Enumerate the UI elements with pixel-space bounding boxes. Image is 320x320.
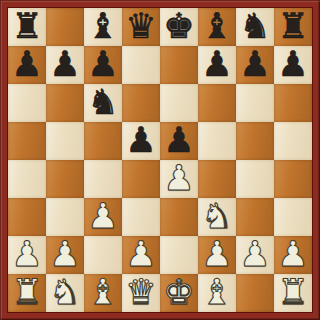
square-g1[interactable] [236,274,274,312]
white-pawn: ♟ [87,199,118,234]
white-pawn: ♟ [49,237,80,272]
square-e7[interactable] [160,46,198,84]
square-f3[interactable]: ♞ [198,198,236,236]
square-g6[interactable] [236,84,274,122]
white-pawn: ♟ [201,237,232,272]
square-g5[interactable] [236,122,274,160]
square-f2[interactable]: ♟ [198,236,236,274]
black-pawn: ♟ [49,47,80,82]
white-pawn: ♟ [239,237,270,272]
square-a8[interactable]: ♜ [8,8,46,46]
black-pawn: ♟ [163,123,194,158]
black-pawn: ♟ [277,47,308,82]
square-b1[interactable]: ♞ [46,274,84,312]
square-f6[interactable] [198,84,236,122]
square-b6[interactable] [46,84,84,122]
white-bishop: ♝ [201,275,232,310]
square-c5[interactable] [84,122,122,160]
black-pawn: ♟ [239,47,270,82]
black-queen: ♛ [125,9,156,44]
square-f8[interactable]: ♝ [198,8,236,46]
square-g7[interactable]: ♟ [236,46,274,84]
square-f5[interactable] [198,122,236,160]
black-rook: ♜ [277,9,308,44]
square-e5[interactable]: ♟ [160,122,198,160]
square-b2[interactable]: ♟ [46,236,84,274]
square-g2[interactable]: ♟ [236,236,274,274]
square-a2[interactable]: ♟ [8,236,46,274]
black-pawn: ♟ [11,47,42,82]
chess-board-frame: ♜♝♛♚♝♞♜♟♟♟♟♟♟♞♟♟♟♟♞♟♟♟♟♟♟♜♞♝♛♚♝♜ [0,0,320,320]
black-pawn: ♟ [87,47,118,82]
square-d6[interactable] [122,84,160,122]
square-b7[interactable]: ♟ [46,46,84,84]
square-c7[interactable]: ♟ [84,46,122,84]
black-bishop: ♝ [87,9,118,44]
square-g4[interactable] [236,160,274,198]
square-a4[interactable] [8,160,46,198]
square-a7[interactable]: ♟ [8,46,46,84]
square-f4[interactable] [198,160,236,198]
square-d8[interactable]: ♛ [122,8,160,46]
square-a5[interactable] [8,122,46,160]
white-pawn: ♟ [11,237,42,272]
white-rook: ♜ [11,275,42,310]
square-d3[interactable] [122,198,160,236]
square-h2[interactable]: ♟ [274,236,312,274]
square-c1[interactable]: ♝ [84,274,122,312]
black-knight: ♞ [239,9,270,44]
square-a3[interactable] [8,198,46,236]
square-d1[interactable]: ♛ [122,274,160,312]
square-b3[interactable] [46,198,84,236]
white-queen: ♛ [125,275,156,310]
square-d2[interactable]: ♟ [122,236,160,274]
white-pawn: ♟ [163,161,194,196]
square-a1[interactable]: ♜ [8,274,46,312]
square-e2[interactable] [160,236,198,274]
square-g8[interactable]: ♞ [236,8,274,46]
black-pawn: ♟ [201,47,232,82]
square-g3[interactable] [236,198,274,236]
square-a6[interactable] [8,84,46,122]
black-rook: ♜ [11,9,42,44]
square-d4[interactable] [122,160,160,198]
square-b4[interactable] [46,160,84,198]
square-b8[interactable] [46,8,84,46]
square-h5[interactable] [274,122,312,160]
chess-board: ♜♝♛♚♝♞♜♟♟♟♟♟♟♞♟♟♟♟♞♟♟♟♟♟♟♜♞♝♛♚♝♜ [8,8,312,312]
square-c8[interactable]: ♝ [84,8,122,46]
square-c4[interactable] [84,160,122,198]
white-bishop: ♝ [87,275,118,310]
white-pawn: ♟ [277,237,308,272]
square-e6[interactable] [160,84,198,122]
square-f1[interactable]: ♝ [198,274,236,312]
square-c6[interactable]: ♞ [84,84,122,122]
black-pawn: ♟ [125,123,156,158]
square-h1[interactable]: ♜ [274,274,312,312]
square-h4[interactable] [274,160,312,198]
black-king: ♚ [163,9,194,44]
white-king: ♚ [163,275,194,310]
square-c3[interactable]: ♟ [84,198,122,236]
square-h7[interactable]: ♟ [274,46,312,84]
square-h8[interactable]: ♜ [274,8,312,46]
square-e1[interactable]: ♚ [160,274,198,312]
square-d7[interactable] [122,46,160,84]
square-b5[interactable] [46,122,84,160]
square-h6[interactable] [274,84,312,122]
square-e3[interactable] [160,198,198,236]
white-knight: ♞ [49,275,80,310]
square-d5[interactable]: ♟ [122,122,160,160]
square-c2[interactable] [84,236,122,274]
square-f7[interactable]: ♟ [198,46,236,84]
white-rook: ♜ [277,275,308,310]
white-pawn: ♟ [125,237,156,272]
black-bishop: ♝ [201,9,232,44]
square-e8[interactable]: ♚ [160,8,198,46]
black-knight: ♞ [87,85,118,120]
white-knight: ♞ [201,199,232,234]
square-e4[interactable]: ♟ [160,160,198,198]
square-h3[interactable] [274,198,312,236]
